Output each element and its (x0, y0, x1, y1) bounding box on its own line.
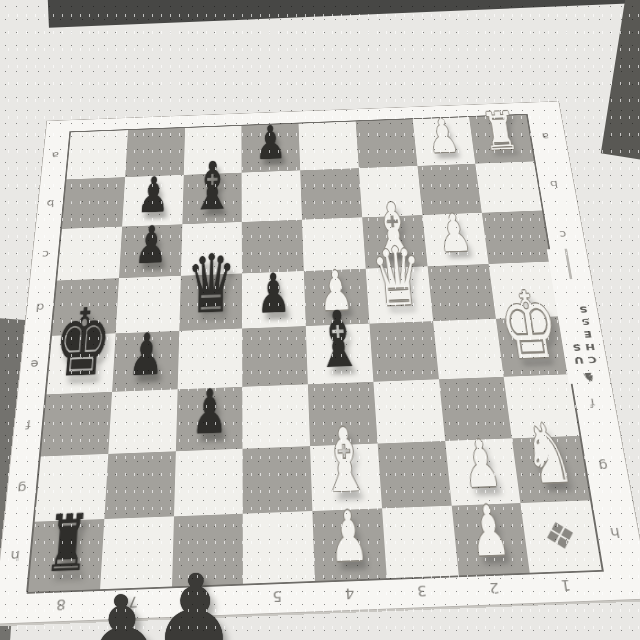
white-rook-a1[interactable]: ♜ (468, 104, 533, 158)
file-label-left-c: c (31, 227, 60, 280)
square-d5[interactable]: ♟ (242, 271, 306, 328)
table-edge-right (601, 0, 640, 164)
table-edge-top (48, 0, 640, 28)
square-h1[interactable]: ❖ (521, 501, 602, 573)
square-c8[interactable] (57, 226, 122, 280)
square-e4[interactable]: ♝ (306, 324, 373, 385)
white-bishop-g4[interactable]: ♝ (309, 416, 381, 506)
chess-board: ♟♟♜♟♝♟♝♟♛♟♟♛♚♟♝♚♟♝♟♞♜♟♟❖ (26, 114, 604, 594)
square-f6[interactable]: ♟ (175, 387, 242, 451)
file-label-right-g: g (585, 433, 623, 499)
square-b5[interactable] (242, 170, 302, 221)
rank-label-bottom-7: 7 (96, 587, 169, 617)
square-c1[interactable] (482, 210, 551, 264)
knight-logo-icon: ♞ (581, 370, 597, 383)
square-h4[interactable]: ♟ (312, 509, 386, 581)
us-chess-diamond-logo-icon: ❖ (520, 511, 601, 561)
rank-label-bottom-4: 4 (313, 578, 386, 607)
rank-label-bottom-8: 8 (24, 589, 98, 619)
black-bishop-b6[interactable]: ♝ (182, 152, 242, 220)
black-pawn-d5[interactable]: ♟ (242, 265, 305, 322)
square-h6[interactable] (172, 514, 244, 587)
vinyl-board: abcdefgh abcdefgh 87654321 ♟♟♜♟♝♟♝♟♛♟♟♛♚… (0, 101, 640, 625)
square-f3[interactable] (373, 379, 445, 443)
file-label-right-b: b (538, 159, 569, 209)
black-pawn-b7[interactable]: ♟ (122, 170, 183, 221)
square-a2[interactable]: ♟ (412, 117, 475, 166)
square-f7[interactable] (108, 389, 177, 453)
square-e7[interactable]: ♟ (112, 331, 179, 392)
white-queen-d3[interactable]: ♛ (363, 237, 432, 320)
rank-label-bottom-1: 1 (528, 570, 604, 599)
square-e8[interactable]: ♚ (47, 333, 116, 394)
file-label-left-a: a (42, 131, 69, 179)
black-rook-h8[interactable]: ♜ (29, 504, 105, 585)
square-a3[interactable] (355, 119, 417, 168)
square-e5[interactable] (242, 326, 308, 387)
square-h3[interactable] (382, 506, 458, 578)
square-b1[interactable] (475, 161, 542, 212)
square-g1[interactable]: ♞ (512, 435, 590, 503)
square-d3[interactable]: ♛ (365, 266, 432, 323)
square-h5[interactable] (243, 511, 315, 583)
square-e1[interactable]: ♚ (496, 316, 569, 376)
white-knight-g1[interactable]: ♞ (509, 413, 589, 497)
white-pawn-h4[interactable]: ♟ (312, 501, 386, 573)
square-f8[interactable] (41, 392, 112, 456)
square-e2[interactable] (433, 319, 504, 379)
black-pawn-c7[interactable]: ♟ (119, 218, 182, 272)
square-d2[interactable] (427, 264, 496, 321)
white-pawn-h2[interactable]: ♟ (451, 496, 529, 567)
square-g6[interactable] (174, 448, 243, 516)
file-label-left-b: b (37, 178, 65, 228)
square-d6[interactable]: ♛ (179, 274, 242, 331)
square-f5[interactable] (243, 384, 311, 448)
photo-scene: abcdefgh abcdefgh 87654321 ♟♟♜♟♝♟♝♟♛♟♟♛♚… (0, 0, 640, 640)
square-a4[interactable] (299, 121, 359, 170)
square-g5[interactable] (243, 446, 313, 514)
white-pawn-a2[interactable]: ♟ (412, 112, 475, 160)
rank-label-bottom-3: 3 (385, 576, 459, 605)
square-b8[interactable] (62, 177, 125, 229)
square-g3[interactable] (377, 441, 451, 509)
square-a8[interactable] (67, 130, 128, 179)
file-label-right-a: a (531, 113, 561, 160)
board-perspective-wrap: abcdefgh abcdefgh 87654321 ♟♟♜♟♝♟♝♟♛♟♟♛♚… (0, 101, 640, 625)
black-king-e8[interactable]: ♚ (47, 295, 118, 390)
black-pawn-e7[interactable]: ♟ (112, 325, 179, 385)
square-h7[interactable] (100, 517, 174, 590)
square-c2[interactable]: ♟ (422, 212, 489, 266)
black-queen-d6[interactable]: ♛ (179, 244, 242, 327)
brand-fineprint (565, 249, 573, 280)
square-c7[interactable]: ♟ (119, 224, 182, 278)
square-a5[interactable]: ♟ (242, 124, 301, 173)
rank-label-bottom-5: 5 (241, 581, 314, 611)
rank-label-bottom-6: 6 (169, 584, 242, 614)
black-pawn-a5[interactable]: ♟ (242, 119, 300, 167)
square-a1[interactable]: ♜ (469, 115, 534, 164)
square-g7[interactable] (104, 451, 175, 519)
square-b6[interactable]: ♝ (182, 172, 242, 223)
square-e3[interactable] (369, 321, 438, 381)
square-h2[interactable]: ♟ (451, 503, 530, 575)
rank-label-bottom-2: 2 (456, 573, 531, 602)
black-bishop-e4[interactable]: ♝ (305, 299, 373, 379)
black-pawn-f6[interactable]: ♟ (176, 380, 243, 444)
square-h8[interactable]: ♜ (28, 519, 104, 592)
square-b4[interactable] (300, 168, 362, 219)
white-pawn-g2[interactable]: ♟ (444, 431, 520, 498)
white-pawn-c2[interactable]: ♟ (421, 207, 488, 260)
